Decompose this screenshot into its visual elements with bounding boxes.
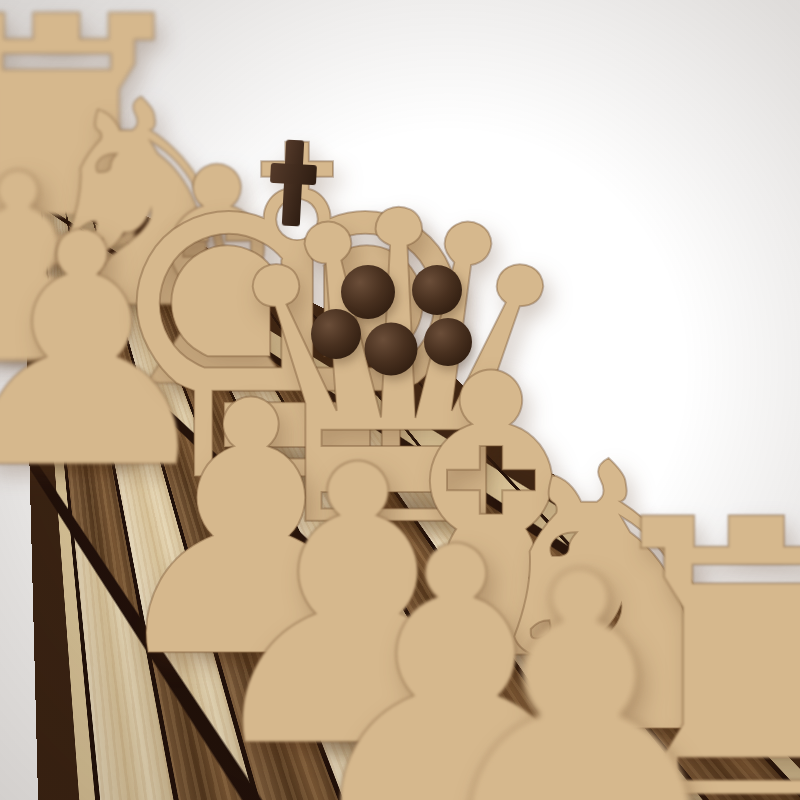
- piece-white-pawn-c2: ♟: [414, 525, 746, 800]
- wooden-chess-set-photo: ♜♞♟♝♟♚♛♟♝♞♟♜♟♟: [0, 0, 800, 800]
